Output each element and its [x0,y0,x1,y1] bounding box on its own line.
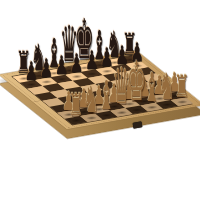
piece-white-bishop[interactable]: ♝ [144,67,160,107]
piece-white-rook[interactable]: ♜ [174,71,189,102]
board-clasp [133,121,143,128]
chess-set-photo: ♜♞♝♛♚♝♞♜♟♟♟♟♟♟♟♟♟♟♟♟♟♟♟♟♜♞♝♛♚♝♞♜ [0,0,200,200]
